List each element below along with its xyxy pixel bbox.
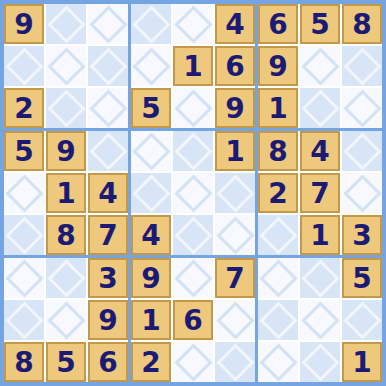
sudoku-cell-r3c1: 2 [4,88,44,128]
cell-value: 2 [268,179,287,208]
cell-value: 3 [352,221,371,250]
diamond-pattern-icon [5,301,43,339]
cell-value: 6 [183,306,202,335]
sudoku-cell-r3c7: 1 [258,88,298,128]
sudoku-box-1: 92 [4,4,128,128]
sudoku-cell-r6c9: 3 [342,215,382,255]
sudoku-cell-r7c3: 3 [88,258,128,298]
sudoku-cell-r8c3: 9 [88,300,128,340]
diamond-pattern-icon [174,5,212,43]
diamond-pattern-icon [47,89,85,127]
sudoku-cell-r9c6[interactable] [215,342,255,382]
sudoku-cell-r2c2[interactable] [46,46,86,86]
cell-value: 8 [352,10,371,39]
sudoku-cell-r7c2[interactable] [46,258,86,298]
sudoku-cell-r7c9: 5 [342,258,382,298]
diamond-pattern-icon [343,132,381,170]
diamond-pattern-icon [259,301,297,339]
sudoku-cell-r9c1: 8 [4,342,44,382]
diamond-pattern-icon [343,89,381,127]
sudoku-cell-r5c6[interactable] [215,173,255,213]
sudoku-cell-r6c1[interactable] [4,215,44,255]
diamond-pattern-icon [343,174,381,212]
sudoku-cell-r5c1[interactable] [4,173,44,213]
diamond-pattern-icon [259,343,297,381]
sudoku-cell-r3c2[interactable] [46,88,86,128]
sudoku-cell-r3c8[interactable] [300,88,340,128]
sudoku-cell-r3c5[interactable] [173,88,213,128]
diamond-pattern-icon [89,89,127,127]
diamond-pattern-icon [259,216,297,254]
sudoku-box-8: 97162 [131,258,255,382]
diamond-pattern-icon [174,259,212,297]
diamond-pattern-icon [301,259,339,297]
sudoku-cell-r3c9[interactable] [342,88,382,128]
diamond-pattern-icon [89,47,127,85]
sudoku-cell-r7c7[interactable] [258,258,298,298]
sudoku-box-2: 41659 [131,4,255,128]
sudoku-cell-r8c5: 6 [173,300,213,340]
sudoku-cell-r8c9[interactable] [342,300,382,340]
cell-value: 9 [14,10,33,39]
sudoku-cell-r5c5[interactable] [173,173,213,213]
sudoku-cell-r6c4: 4 [131,215,171,255]
sudoku-cell-r1c3[interactable] [88,4,128,44]
cell-value: 8 [56,221,75,250]
sudoku-cell-r2c7: 9 [258,46,298,86]
diamond-pattern-icon [5,174,43,212]
cell-value: 9 [225,94,244,123]
cell-value: 5 [310,10,329,39]
cell-value: 8 [268,137,287,166]
cell-value: 2 [14,94,33,123]
cell-value: 3 [98,264,117,293]
sudoku-cell-r8c8[interactable] [300,300,340,340]
sudoku-cell-r9c7[interactable] [258,342,298,382]
cell-value: 9 [268,52,287,81]
sudoku-cell-r8c4: 1 [131,300,171,340]
sudoku-cell-r5c9[interactable] [342,173,382,213]
sudoku-cell-r7c8[interactable] [300,258,340,298]
diamond-pattern-icon [301,89,339,127]
diamond-pattern-icon [301,301,339,339]
sudoku-cell-r6c3: 7 [88,215,128,255]
cell-value: 1 [56,179,75,208]
diamond-pattern-icon [174,343,212,381]
cell-value: 9 [141,264,160,293]
sudoku-box-6: 842713 [258,131,382,255]
diamond-pattern-icon [174,132,212,170]
diamond-pattern-icon [132,132,170,170]
sudoku-cell-r3c3[interactable] [88,88,128,128]
sudoku-cell-r4c2: 9 [46,131,86,171]
cell-value: 4 [310,137,329,166]
cell-value: 1 [183,52,202,81]
diamond-pattern-icon [5,47,43,85]
diamond-pattern-icon [5,259,43,297]
sudoku-cell-r5c4[interactable] [131,173,171,213]
sudoku-cell-r4c4[interactable] [131,131,171,171]
cell-value: 7 [310,179,329,208]
diamond-pattern-icon [5,216,43,254]
cell-value: 9 [98,306,117,335]
sudoku-cell-r2c8[interactable] [300,46,340,86]
diamond-pattern-icon [47,301,85,339]
sudoku-board: 92416596589159148714842713398569716251 [0,0,386,386]
sudoku-cell-r1c1: 9 [4,4,44,44]
cell-value: 4 [225,10,244,39]
sudoku-cell-r3c4: 5 [131,88,171,128]
diamond-pattern-icon [132,174,170,212]
cell-value: 6 [268,10,287,39]
sudoku-cell-r9c4: 2 [131,342,171,382]
sudoku-cell-r1c2[interactable] [46,4,86,44]
sudoku-cell-r4c5[interactable] [173,131,213,171]
sudoku-cell-r2c6: 6 [215,46,255,86]
cell-value: 9 [56,137,75,166]
sudoku-box-9: 51 [258,258,382,382]
cell-value: 7 [225,264,244,293]
cell-value: 4 [98,179,117,208]
sudoku-cell-r5c8: 7 [300,173,340,213]
sudoku-box-4: 591487 [4,131,128,255]
sudoku-cell-r6c6[interactable] [215,215,255,255]
sudoku-cell-r5c2: 1 [46,173,86,213]
cell-value: 7 [98,221,117,250]
sudoku-cell-r6c2: 8 [46,215,86,255]
sudoku-cell-r4c6: 1 [215,131,255,171]
sudoku-cell-r7c1[interactable] [4,258,44,298]
sudoku-box-3: 65891 [258,4,382,128]
diamond-pattern-icon [301,47,339,85]
diamond-pattern-icon [216,216,254,254]
sudoku-cell-r6c8: 1 [300,215,340,255]
sudoku-cell-r4c9[interactable] [342,131,382,171]
diamond-pattern-icon [216,174,254,212]
sudoku-cell-r1c9: 8 [342,4,382,44]
diamond-pattern-icon [47,5,85,43]
sudoku-cell-r8c1[interactable] [4,300,44,340]
diamond-pattern-icon [47,259,85,297]
sudoku-cell-r9c8[interactable] [300,342,340,382]
cell-value: 5 [352,264,371,293]
sudoku-cell-r5c3: 4 [88,173,128,213]
sudoku-cell-r6c5[interactable] [173,215,213,255]
sudoku-cell-r9c5[interactable] [173,342,213,382]
sudoku-box-5: 14 [131,131,255,255]
sudoku-cell-r1c6: 4 [215,4,255,44]
sudoku-cell-r4c1: 5 [4,131,44,171]
sudoku-cell-r8c6[interactable] [215,300,255,340]
diamond-pattern-icon [259,259,297,297]
sudoku-cell-r7c6: 7 [215,258,255,298]
sudoku-cell-r7c4: 9 [131,258,171,298]
sudoku-cell-r4c7: 8 [258,131,298,171]
sudoku-cell-r6c7[interactable] [258,215,298,255]
cell-value: 4 [141,221,160,250]
cell-value: 5 [14,137,33,166]
sudoku-box-7: 39856 [4,258,128,382]
sudoku-cell-r2c4[interactable] [131,46,171,86]
cell-value: 2 [141,348,160,377]
cell-value: 1 [352,348,371,377]
sudoku-cell-r2c3[interactable] [88,46,128,86]
diamond-pattern-icon [89,5,127,43]
diamond-pattern-icon [174,174,212,212]
sudoku-cell-r8c7[interactable] [258,300,298,340]
sudoku-cell-r1c8: 5 [300,4,340,44]
cell-value: 6 [98,348,117,377]
diamond-pattern-icon [132,47,170,85]
diamond-pattern-icon [343,47,381,85]
diamond-pattern-icon [132,5,170,43]
diamond-pattern-icon [216,343,254,381]
diamond-pattern-icon [174,216,212,254]
sudoku-cell-r4c8: 4 [300,131,340,171]
sudoku-cell-r8c2[interactable] [46,300,86,340]
sudoku-cell-r2c9[interactable] [342,46,382,86]
sudoku-cell-r3c6: 9 [215,88,255,128]
diamond-pattern-icon [301,343,339,381]
cell-value: 5 [141,94,160,123]
diamond-pattern-icon [89,132,127,170]
sudoku-cell-r1c5[interactable] [173,4,213,44]
diamond-pattern-icon [174,89,212,127]
sudoku-cell-r5c7: 2 [258,173,298,213]
diamond-pattern-icon [216,301,254,339]
cell-value: 1 [268,94,287,123]
sudoku-cell-r7c5[interactable] [173,258,213,298]
sudoku-cell-r1c4[interactable] [131,4,171,44]
sudoku-cell-r1c7: 6 [258,4,298,44]
diamond-pattern-icon [343,301,381,339]
sudoku-cell-r2c5: 1 [173,46,213,86]
sudoku-cell-r9c3: 6 [88,342,128,382]
cell-value: 6 [225,52,244,81]
sudoku-cell-r9c9: 1 [342,342,382,382]
cell-value: 1 [141,306,160,335]
sudoku-cell-r4c3[interactable] [88,131,128,171]
sudoku-cell-r2c1[interactable] [4,46,44,86]
sudoku-cell-r9c2: 5 [46,342,86,382]
cell-value: 5 [56,348,75,377]
cell-value: 8 [14,348,33,377]
diamond-pattern-icon [47,47,85,85]
cell-value: 1 [310,221,329,250]
cell-value: 1 [225,137,244,166]
